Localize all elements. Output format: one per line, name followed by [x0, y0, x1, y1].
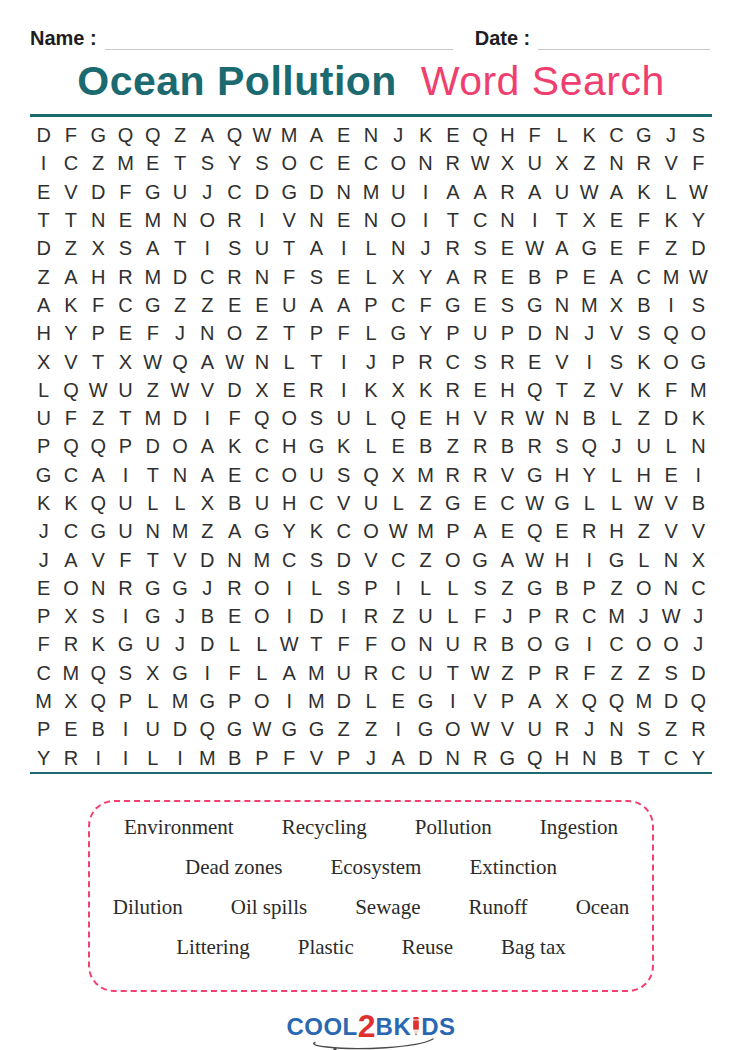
grid-cell[interactable]: V	[57, 348, 84, 376]
grid-cell[interactable]: E	[466, 376, 493, 404]
grid-cell[interactable]: H	[630, 461, 657, 489]
grid-cell[interactable]: C	[194, 263, 221, 291]
grid-cell[interactable]: C	[385, 546, 412, 574]
grid-cell[interactable]: T	[439, 659, 466, 687]
grid-cell[interactable]: P	[112, 433, 139, 461]
grid-cell[interactable]: Q	[657, 320, 684, 348]
grid-cell[interactable]: D	[194, 631, 221, 659]
grid-cell[interactable]: D	[139, 433, 166, 461]
grid-cell[interactable]: U	[412, 659, 439, 687]
grid-cell[interactable]: E	[657, 461, 684, 489]
grid-cell[interactable]: X	[385, 263, 412, 291]
grid-cell[interactable]: Z	[657, 716, 684, 744]
grid-cell[interactable]: O	[385, 150, 412, 178]
grid-cell[interactable]: A	[303, 122, 330, 150]
grid-cell[interactable]: W	[521, 404, 548, 432]
grid-cell[interactable]: C	[576, 603, 603, 631]
grid-cell[interactable]: R	[439, 150, 466, 178]
grid-cell[interactable]: L	[630, 546, 657, 574]
grid-cell[interactable]: T	[112, 404, 139, 432]
grid-cell[interactable]: M	[112, 150, 139, 178]
grid-cell[interactable]: C	[248, 461, 275, 489]
grid-cell[interactable]: L	[139, 687, 166, 715]
grid-cell[interactable]: L	[357, 404, 384, 432]
grid-cell[interactable]: P	[494, 687, 521, 715]
grid-cell[interactable]: Q	[112, 122, 139, 150]
grid-cell[interactable]: B	[221, 489, 248, 517]
grid-cell[interactable]: I	[30, 150, 57, 178]
grid-cell[interactable]: M	[30, 687, 57, 715]
grid-cell[interactable]: U	[248, 235, 275, 263]
grid-cell[interactable]: R	[439, 376, 466, 404]
grid-cell[interactable]: U	[412, 603, 439, 631]
grid-cell[interactable]: G	[276, 178, 303, 206]
grid-cell[interactable]: N	[139, 518, 166, 546]
grid-cell[interactable]: T	[30, 206, 57, 234]
grid-cell[interactable]: D	[85, 178, 112, 206]
grid-cell[interactable]: Z	[576, 376, 603, 404]
grid-cell[interactable]: M	[630, 687, 657, 715]
grid-cell[interactable]: O	[439, 716, 466, 744]
name-input-line[interactable]	[105, 30, 453, 50]
grid-cell[interactable]: J	[603, 433, 630, 461]
grid-cell[interactable]: X	[248, 376, 275, 404]
grid-cell[interactable]: R	[357, 659, 384, 687]
grid-cell[interactable]: J	[576, 716, 603, 744]
grid-cell[interactable]: L	[248, 631, 275, 659]
grid-cell[interactable]: D	[330, 687, 357, 715]
grid-cell[interactable]: N	[85, 574, 112, 602]
grid-cell[interactable]: N	[221, 546, 248, 574]
grid-cell[interactable]: C	[657, 744, 684, 772]
grid-cell[interactable]: C	[685, 574, 712, 602]
grid-cell[interactable]: K	[85, 631, 112, 659]
grid-cell[interactable]: K	[630, 178, 657, 206]
grid-cell[interactable]: E	[412, 404, 439, 432]
grid-cell[interactable]: Y	[685, 206, 712, 234]
grid-cell[interactable]: U	[303, 461, 330, 489]
grid-cell[interactable]: R	[494, 178, 521, 206]
grid-cell[interactable]: A	[330, 291, 357, 319]
grid-cell[interactable]: D	[30, 235, 57, 263]
grid-cell[interactable]: V	[85, 546, 112, 574]
grid-cell[interactable]: P	[30, 716, 57, 744]
grid-cell[interactable]: L	[276, 348, 303, 376]
grid-cell[interactable]: I	[248, 206, 275, 234]
grid-cell[interactable]: I	[112, 744, 139, 772]
grid-cell[interactable]: C	[439, 348, 466, 376]
grid-cell[interactable]: O	[57, 574, 84, 602]
grid-cell[interactable]: D	[221, 376, 248, 404]
grid-cell[interactable]: L	[657, 433, 684, 461]
grid-cell[interactable]: E	[385, 433, 412, 461]
grid-cell[interactable]: G	[139, 291, 166, 319]
grid-cell[interactable]: T	[303, 348, 330, 376]
grid-cell[interactable]: V	[466, 404, 493, 432]
grid-cell[interactable]: I	[412, 206, 439, 234]
grid-cell[interactable]: E	[330, 150, 357, 178]
grid-cell[interactable]: W	[466, 150, 493, 178]
grid-cell[interactable]: I	[685, 461, 712, 489]
grid-cell[interactable]: S	[221, 235, 248, 263]
grid-cell[interactable]: L	[385, 489, 412, 517]
grid-cell[interactable]: U	[521, 150, 548, 178]
grid-cell[interactable]: G	[221, 716, 248, 744]
grid-cell[interactable]: E	[30, 178, 57, 206]
grid-cell[interactable]: B	[603, 744, 630, 772]
grid-cell[interactable]: A	[303, 291, 330, 319]
grid-cell[interactable]: K	[657, 206, 684, 234]
grid-cell[interactable]: X	[112, 348, 139, 376]
grid-cell[interactable]: Q	[576, 687, 603, 715]
grid-cell[interactable]: F	[412, 291, 439, 319]
grid-cell[interactable]: M	[166, 518, 193, 546]
grid-cell[interactable]: A	[603, 263, 630, 291]
grid-cell[interactable]: S	[630, 320, 657, 348]
grid-cell[interactable]: L	[548, 122, 575, 150]
grid-cell[interactable]: P	[548, 263, 575, 291]
grid-cell[interactable]: C	[57, 518, 84, 546]
grid-cell[interactable]: E	[248, 291, 275, 319]
grid-cell[interactable]: Q	[57, 433, 84, 461]
grid-cell[interactable]: O	[685, 320, 712, 348]
grid-cell[interactable]: L	[412, 574, 439, 602]
grid-cell[interactable]: H	[439, 404, 466, 432]
grid-cell[interactable]: X	[385, 376, 412, 404]
grid-cell[interactable]: G	[303, 433, 330, 461]
grid-cell[interactable]: N	[85, 206, 112, 234]
grid-cell[interactable]: J	[385, 122, 412, 150]
grid-cell[interactable]: R	[466, 631, 493, 659]
grid-cell[interactable]: E	[494, 263, 521, 291]
grid-cell[interactable]: J	[357, 744, 384, 772]
grid-cell[interactable]: L	[139, 489, 166, 517]
grid-cell[interactable]: K	[630, 376, 657, 404]
grid-cell[interactable]: Z	[194, 291, 221, 319]
grid-cell[interactable]: O	[385, 631, 412, 659]
grid-cell[interactable]: H	[548, 461, 575, 489]
grid-cell[interactable]: M	[139, 206, 166, 234]
grid-cell[interactable]: M	[57, 659, 84, 687]
grid-cell[interactable]: R	[466, 433, 493, 461]
grid-cell[interactable]: P	[521, 659, 548, 687]
grid-cell[interactable]: N	[166, 206, 193, 234]
grid-cell[interactable]: A	[85, 461, 112, 489]
grid-cell[interactable]: G	[139, 178, 166, 206]
grid-cell[interactable]: R	[548, 659, 575, 687]
grid-cell[interactable]: X	[603, 291, 630, 319]
grid-cell[interactable]: S	[303, 263, 330, 291]
grid-cell[interactable]: D	[685, 235, 712, 263]
grid-cell[interactable]: G	[248, 518, 275, 546]
grid-cell[interactable]: R	[466, 461, 493, 489]
grid-cell[interactable]: P	[357, 291, 384, 319]
grid-cell[interactable]: I	[112, 461, 139, 489]
grid-cell[interactable]: K	[30, 489, 57, 517]
grid-cell[interactable]: V	[166, 546, 193, 574]
grid-cell[interactable]: U	[466, 320, 493, 348]
grid-cell[interactable]: M	[139, 263, 166, 291]
grid-cell[interactable]: Q	[194, 716, 221, 744]
grid-cell[interactable]: K	[57, 489, 84, 517]
grid-cell[interactable]: M	[657, 263, 684, 291]
grid-cell[interactable]: Q	[57, 376, 84, 404]
grid-cell[interactable]: A	[521, 178, 548, 206]
grid-cell[interactable]: N	[357, 122, 384, 150]
grid-cell[interactable]: E	[221, 603, 248, 631]
grid-cell[interactable]: L	[439, 603, 466, 631]
grid-cell[interactable]: P	[357, 574, 384, 602]
grid-cell[interactable]: M	[166, 687, 193, 715]
grid-cell[interactable]: O	[439, 546, 466, 574]
grid-cell[interactable]: U	[330, 659, 357, 687]
grid-cell[interactable]: Z	[603, 659, 630, 687]
grid-cell[interactable]: Z	[30, 263, 57, 291]
grid-cell[interactable]: W	[85, 376, 112, 404]
grid-cell[interactable]: G	[521, 461, 548, 489]
grid-cell[interactable]: M	[357, 178, 384, 206]
grid-cell[interactable]: I	[194, 404, 221, 432]
grid-cell[interactable]: G	[412, 716, 439, 744]
grid-cell[interactable]: W	[576, 178, 603, 206]
grid-cell[interactable]: E	[112, 320, 139, 348]
grid-cell[interactable]: Z	[494, 659, 521, 687]
grid-cell[interactable]: R	[630, 150, 657, 178]
grid-cell[interactable]: B	[85, 716, 112, 744]
grid-cell[interactable]: Q	[166, 348, 193, 376]
grid-cell[interactable]: N	[657, 574, 684, 602]
grid-cell[interactable]: B	[630, 291, 657, 319]
grid-cell[interactable]: W	[276, 631, 303, 659]
grid-cell[interactable]: M	[276, 122, 303, 150]
grid-cell[interactable]: L	[139, 744, 166, 772]
grid-cell[interactable]: P	[30, 603, 57, 631]
grid-cell[interactable]: D	[412, 744, 439, 772]
grid-cell[interactable]: Q	[685, 687, 712, 715]
grid-cell[interactable]: E	[221, 291, 248, 319]
grid-cell[interactable]: Z	[248, 320, 275, 348]
grid-cell[interactable]: Q	[85, 433, 112, 461]
grid-cell[interactable]: S	[330, 461, 357, 489]
grid-cell[interactable]: F	[85, 291, 112, 319]
grid-cell[interactable]: O	[385, 206, 412, 234]
grid-cell[interactable]: F	[276, 263, 303, 291]
grid-cell[interactable]: V	[657, 489, 684, 517]
grid-cell[interactable]: D	[657, 687, 684, 715]
grid-cell[interactable]: T	[548, 206, 575, 234]
grid-cell[interactable]: U	[112, 489, 139, 517]
grid-cell[interactable]: V	[330, 489, 357, 517]
grid-cell[interactable]: Y	[576, 461, 603, 489]
grid-cell[interactable]: N	[439, 744, 466, 772]
grid-cell[interactable]: P	[521, 603, 548, 631]
grid-cell[interactable]: L	[576, 489, 603, 517]
grid-cell[interactable]: N	[303, 206, 330, 234]
grid-cell[interactable]: E	[112, 206, 139, 234]
grid-cell[interactable]: E	[330, 122, 357, 150]
grid-cell[interactable]: P	[330, 744, 357, 772]
grid-cell[interactable]: A	[139, 235, 166, 263]
grid-cell[interactable]: V	[57, 178, 84, 206]
grid-cell[interactable]: J	[357, 348, 384, 376]
grid-cell[interactable]: C	[603, 631, 630, 659]
grid-cell[interactable]: G	[303, 716, 330, 744]
grid-cell[interactable]: K	[357, 376, 384, 404]
grid-cell[interactable]: Q	[521, 518, 548, 546]
grid-cell[interactable]: W	[385, 518, 412, 546]
grid-cell[interactable]: Q	[248, 404, 275, 432]
grid-cell[interactable]: R	[466, 263, 493, 291]
grid-cell[interactable]: C	[248, 433, 275, 461]
grid-cell[interactable]: M	[603, 603, 630, 631]
grid-cell[interactable]: F	[330, 320, 357, 348]
grid-cell[interactable]: B	[412, 433, 439, 461]
grid-cell[interactable]: P	[576, 574, 603, 602]
grid-cell[interactable]: U	[357, 489, 384, 517]
grid-cell[interactable]: A	[194, 433, 221, 461]
grid-cell[interactable]: A	[57, 546, 84, 574]
grid-cell[interactable]: W	[630, 489, 657, 517]
grid-cell[interactable]: N	[548, 320, 575, 348]
grid-cell[interactable]: D	[166, 404, 193, 432]
grid-cell[interactable]: L	[357, 433, 384, 461]
grid-cell[interactable]: D	[166, 263, 193, 291]
grid-cell[interactable]: M	[303, 659, 330, 687]
grid-cell[interactable]: T	[85, 348, 112, 376]
grid-cell[interactable]: W	[685, 178, 712, 206]
grid-cell[interactable]: U	[439, 631, 466, 659]
grid-cell[interactable]: V	[357, 546, 384, 574]
grid-cell[interactable]: I	[385, 574, 412, 602]
grid-cell[interactable]: U	[385, 178, 412, 206]
grid-cell[interactable]: Z	[576, 150, 603, 178]
grid-cell[interactable]: G	[139, 603, 166, 631]
grid-cell[interactable]: A	[466, 518, 493, 546]
grid-cell[interactable]: R	[494, 404, 521, 432]
grid-cell[interactable]: E	[439, 122, 466, 150]
grid-cell[interactable]: B	[221, 744, 248, 772]
grid-cell[interactable]: U	[139, 631, 166, 659]
grid-cell[interactable]: B	[494, 433, 521, 461]
grid-cell[interactable]: G	[521, 291, 548, 319]
grid-cell[interactable]: R	[521, 433, 548, 461]
grid-cell[interactable]: P	[221, 687, 248, 715]
grid-cell[interactable]: E	[494, 235, 521, 263]
grid-cell[interactable]: X	[548, 150, 575, 178]
grid-cell[interactable]: U	[139, 716, 166, 744]
grid-cell[interactable]: L	[657, 178, 684, 206]
grid-cell[interactable]: S	[330, 574, 357, 602]
grid-cell[interactable]: D	[521, 320, 548, 348]
grid-cell[interactable]: Y	[412, 263, 439, 291]
grid-cell[interactable]: S	[303, 404, 330, 432]
grid-cell[interactable]: C	[630, 263, 657, 291]
grid-cell[interactable]: O	[657, 631, 684, 659]
grid-cell[interactable]: N	[494, 206, 521, 234]
grid-cell[interactable]: I	[194, 235, 221, 263]
grid-cell[interactable]: S	[603, 348, 630, 376]
grid-cell[interactable]: F	[30, 631, 57, 659]
grid-cell[interactable]: P	[439, 518, 466, 546]
grid-cell[interactable]: Q	[466, 122, 493, 150]
grid-cell[interactable]: S	[685, 291, 712, 319]
grid-cell[interactable]: R	[466, 744, 493, 772]
grid-cell[interactable]: E	[221, 461, 248, 489]
grid-cell[interactable]: W	[248, 122, 275, 150]
grid-cell[interactable]: H	[276, 489, 303, 517]
grid-cell[interactable]: G	[276, 716, 303, 744]
grid-cell[interactable]: G	[30, 461, 57, 489]
grid-cell[interactable]: N	[248, 263, 275, 291]
grid-cell[interactable]: U	[276, 291, 303, 319]
grid-cell[interactable]: C	[330, 518, 357, 546]
grid-cell[interactable]: E	[548, 518, 575, 546]
grid-cell[interactable]: L	[357, 687, 384, 715]
grid-cell[interactable]: I	[330, 376, 357, 404]
grid-cell[interactable]: Q	[521, 376, 548, 404]
grid-cell[interactable]: L	[248, 659, 275, 687]
grid-cell[interactable]: D	[248, 178, 275, 206]
grid-cell[interactable]: P	[439, 320, 466, 348]
grid-cell[interactable]: Q	[576, 433, 603, 461]
grid-cell[interactable]: Z	[57, 235, 84, 263]
grid-cell[interactable]: N	[603, 716, 630, 744]
grid-cell[interactable]: G	[166, 574, 193, 602]
grid-cell[interactable]: P	[30, 433, 57, 461]
grid-cell[interactable]: O	[248, 603, 275, 631]
grid-cell[interactable]: Z	[357, 716, 384, 744]
grid-cell[interactable]: G	[85, 122, 112, 150]
grid-cell[interactable]: O	[521, 631, 548, 659]
grid-cell[interactable]: U	[521, 716, 548, 744]
grid-cell[interactable]: W	[521, 546, 548, 574]
grid-cell[interactable]: A	[194, 348, 221, 376]
grid-cell[interactable]: N	[412, 631, 439, 659]
grid-cell[interactable]: X	[576, 206, 603, 234]
grid-cell[interactable]: I	[330, 603, 357, 631]
grid-cell[interactable]: C	[57, 461, 84, 489]
grid-cell[interactable]: I	[330, 235, 357, 263]
grid-cell[interactable]: L	[603, 489, 630, 517]
grid-cell[interactable]: R	[439, 461, 466, 489]
grid-cell[interactable]: T	[439, 206, 466, 234]
grid-cell[interactable]: K	[303, 518, 330, 546]
grid-cell[interactable]: N	[385, 235, 412, 263]
grid-cell[interactable]: F	[630, 235, 657, 263]
grid-cell[interactable]: G	[630, 122, 657, 150]
grid-cell[interactable]: J	[194, 574, 221, 602]
grid-cell[interactable]: F	[112, 178, 139, 206]
grid-cell[interactable]: N	[548, 404, 575, 432]
grid-cell[interactable]: R	[57, 744, 84, 772]
grid-cell[interactable]: B	[576, 404, 603, 432]
grid-cell[interactable]: N	[603, 150, 630, 178]
grid-cell[interactable]: W	[248, 716, 275, 744]
grid-cell[interactable]: R	[548, 603, 575, 631]
grid-cell[interactable]: W	[166, 376, 193, 404]
grid-cell[interactable]: S	[303, 546, 330, 574]
grid-cell[interactable]: C	[276, 546, 303, 574]
grid-cell[interactable]: Q	[385, 404, 412, 432]
grid-cell[interactable]: E	[466, 489, 493, 517]
grid-cell[interactable]: N	[548, 291, 575, 319]
grid-cell[interactable]: W	[466, 659, 493, 687]
grid-cell[interactable]: J	[166, 603, 193, 631]
grid-cell[interactable]: P	[248, 744, 275, 772]
grid-cell[interactable]: X	[57, 687, 84, 715]
grid-cell[interactable]: P	[112, 687, 139, 715]
grid-cell[interactable]: C	[494, 489, 521, 517]
